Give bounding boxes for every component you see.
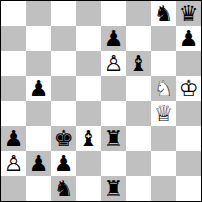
chess-board: ♞♛♟♟♟♙♝♟♞♘♚♔♛♕♟♚♝♜♟♙♟♟♞♜ bbox=[1, 1, 201, 201]
black-knight: ♞ bbox=[151, 1, 176, 26]
white-queen: ♕ bbox=[151, 101, 176, 126]
square-c8[interactable] bbox=[51, 1, 76, 26]
square-h3[interactable] bbox=[176, 126, 201, 151]
square-d2[interactable] bbox=[76, 151, 101, 176]
square-g1[interactable] bbox=[151, 176, 176, 201]
square-a4[interactable] bbox=[1, 101, 26, 126]
square-a2[interactable]: ♟♙ bbox=[1, 151, 26, 176]
square-e1[interactable]: ♜ bbox=[101, 176, 126, 201]
square-g2[interactable] bbox=[151, 151, 176, 176]
square-e8[interactable] bbox=[101, 1, 126, 26]
square-e6[interactable]: ♟♙ bbox=[101, 51, 126, 76]
square-c4[interactable] bbox=[51, 101, 76, 126]
square-d7[interactable] bbox=[76, 26, 101, 51]
white-queen-fill: ♛ bbox=[151, 101, 176, 126]
square-b1[interactable] bbox=[26, 176, 51, 201]
square-c3[interactable]: ♚ bbox=[51, 126, 76, 151]
square-c5[interactable] bbox=[51, 76, 76, 101]
square-e3[interactable]: ♜ bbox=[101, 126, 126, 151]
square-f2[interactable] bbox=[126, 151, 151, 176]
square-g3[interactable] bbox=[151, 126, 176, 151]
square-c2[interactable]: ♟ bbox=[51, 151, 76, 176]
square-f4[interactable] bbox=[126, 101, 151, 126]
square-g8[interactable]: ♞ bbox=[151, 1, 176, 26]
black-queen: ♛ bbox=[176, 1, 201, 26]
black-knight: ♞ bbox=[51, 176, 76, 201]
square-g5[interactable]: ♞♘ bbox=[151, 76, 176, 101]
black-bishop: ♝ bbox=[76, 126, 101, 151]
square-b7[interactable] bbox=[26, 26, 51, 51]
square-a3[interactable]: ♟ bbox=[1, 126, 26, 151]
square-a7[interactable] bbox=[1, 26, 26, 51]
square-d1[interactable] bbox=[76, 176, 101, 201]
black-rook: ♜ bbox=[101, 126, 126, 151]
white-knight: ♘ bbox=[151, 76, 176, 101]
white-pawn: ♙ bbox=[1, 151, 26, 176]
black-pawn: ♟ bbox=[26, 76, 51, 101]
square-f6[interactable]: ♝ bbox=[126, 51, 151, 76]
square-b5[interactable]: ♟ bbox=[26, 76, 51, 101]
square-a5[interactable] bbox=[1, 76, 26, 101]
square-d5[interactable] bbox=[76, 76, 101, 101]
square-a6[interactable] bbox=[1, 51, 26, 76]
square-a8[interactable] bbox=[1, 1, 26, 26]
square-g7[interactable] bbox=[151, 26, 176, 51]
black-pawn: ♟ bbox=[51, 151, 76, 176]
square-h6[interactable] bbox=[176, 51, 201, 76]
square-h7[interactable]: ♟ bbox=[176, 26, 201, 51]
black-pawn: ♟ bbox=[1, 126, 26, 151]
square-e7[interactable]: ♟ bbox=[101, 26, 126, 51]
black-rook: ♜ bbox=[101, 176, 126, 201]
square-f5[interactable] bbox=[126, 76, 151, 101]
square-g6[interactable] bbox=[151, 51, 176, 76]
square-b8[interactable] bbox=[26, 1, 51, 26]
square-d4[interactable] bbox=[76, 101, 101, 126]
square-h8[interactable]: ♛ bbox=[176, 1, 201, 26]
square-a1[interactable] bbox=[1, 176, 26, 201]
square-h1[interactable] bbox=[176, 176, 201, 201]
white-pawn: ♙ bbox=[101, 51, 126, 76]
black-pawn: ♟ bbox=[176, 26, 201, 51]
square-e2[interactable] bbox=[101, 151, 126, 176]
white-king-fill: ♚ bbox=[176, 76, 201, 101]
square-g4[interactable]: ♛♕ bbox=[151, 101, 176, 126]
square-d8[interactable] bbox=[76, 1, 101, 26]
square-h4[interactable] bbox=[176, 101, 201, 126]
square-b3[interactable] bbox=[26, 126, 51, 151]
square-f7[interactable] bbox=[126, 26, 151, 51]
square-c1[interactable]: ♞ bbox=[51, 176, 76, 201]
chess-board-frame: ♞♛♟♟♟♙♝♟♞♘♚♔♛♕♟♚♝♜♟♙♟♟♞♜ bbox=[0, 0, 202, 202]
white-king: ♔ bbox=[176, 76, 201, 101]
square-c7[interactable] bbox=[51, 26, 76, 51]
square-h2[interactable] bbox=[176, 151, 201, 176]
square-h5[interactable]: ♚♔ bbox=[176, 76, 201, 101]
black-pawn: ♟ bbox=[101, 26, 126, 51]
black-bishop: ♝ bbox=[126, 51, 151, 76]
square-c6[interactable] bbox=[51, 51, 76, 76]
black-pawn: ♟ bbox=[26, 151, 51, 176]
white-knight-fill: ♞ bbox=[151, 76, 176, 101]
square-b4[interactable] bbox=[26, 101, 51, 126]
square-f8[interactable] bbox=[126, 1, 151, 26]
square-d3[interactable]: ♝ bbox=[76, 126, 101, 151]
black-king: ♚ bbox=[51, 126, 76, 151]
square-d6[interactable] bbox=[76, 51, 101, 76]
square-e5[interactable] bbox=[101, 76, 126, 101]
square-f1[interactable] bbox=[126, 176, 151, 201]
white-pawn-fill: ♟ bbox=[101, 51, 126, 76]
square-b2[interactable]: ♟ bbox=[26, 151, 51, 176]
square-f3[interactable] bbox=[126, 126, 151, 151]
white-pawn-fill: ♟ bbox=[1, 151, 26, 176]
square-b6[interactable] bbox=[26, 51, 51, 76]
square-e4[interactable] bbox=[101, 101, 126, 126]
